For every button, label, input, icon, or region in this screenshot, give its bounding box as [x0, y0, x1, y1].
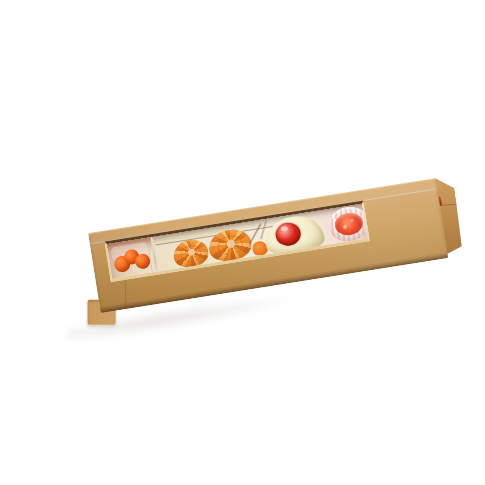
- gloss-highlight: [280, 226, 288, 232]
- red-jelly-center: [274, 221, 302, 248]
- window-interior: [107, 204, 367, 279]
- box-front-seam: [125, 280, 127, 309]
- orange-swirl-truffle-large: [207, 227, 254, 264]
- orange-swirl-truffle-small: [172, 238, 211, 270]
- white-dome-chocolate: [262, 212, 326, 257]
- red-glaze-top: [333, 211, 364, 237]
- photo-canvas: [0, 0, 485, 485]
- red-glazed-cup-chocolate: [326, 204, 367, 244]
- display-window: [105, 201, 370, 282]
